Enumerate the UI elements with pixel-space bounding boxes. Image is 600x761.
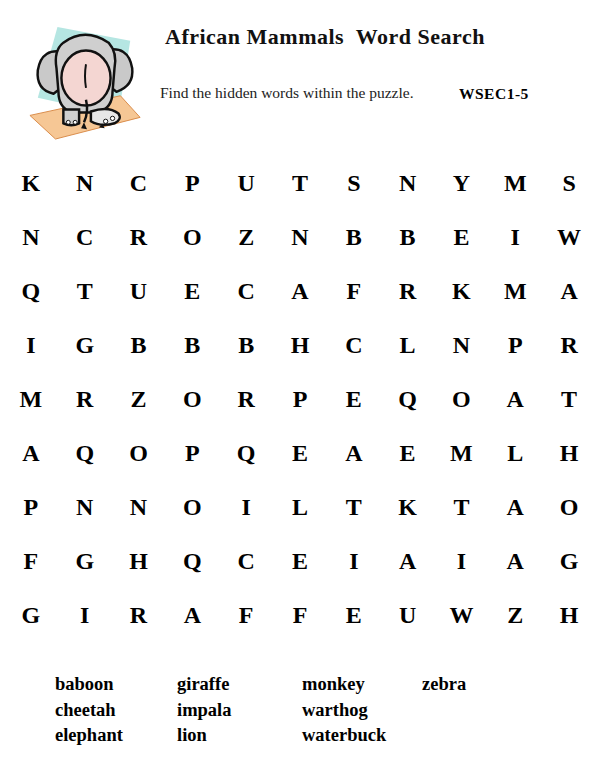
grid-cell-r7c1[interactable]: P [4,480,58,534]
grid-cell-r4c9[interactable]: N [435,318,489,372]
grid-cell-r6c2[interactable]: Q [58,426,112,480]
grid-cell-r4c7[interactable]: C [327,318,381,372]
grid-cell-r2c10[interactable]: I [488,210,542,264]
grid-cell-r9c3[interactable]: R [112,588,166,642]
grid-cell-r9c6[interactable]: F [273,588,327,642]
grid-cell-r9c7[interactable]: E [327,588,381,642]
grid-cell-r7c10[interactable]: A [488,480,542,534]
word-zebra: zebra [422,674,466,695]
grid-cell-r2c7[interactable]: B [327,210,381,264]
grid-cell-r8c5[interactable]: C [219,534,273,588]
grid-cell-r4c8[interactable]: L [381,318,435,372]
grid-cell-r8c6[interactable]: E [273,534,327,588]
grid-cell-r3c3[interactable]: U [112,264,166,318]
grid-cell-r9c4[interactable]: A [165,588,219,642]
grid-cell-r1c8[interactable]: N [381,156,435,210]
grid-cell-r2c8[interactable]: B [381,210,435,264]
grid-cell-r3c1[interactable]: Q [4,264,58,318]
grid-cell-r6c7[interactable]: A [327,426,381,480]
grid-cell-r4c11[interactable]: R [542,318,596,372]
grid-cell-r2c9[interactable]: E [435,210,489,264]
grid-cell-r8c8[interactable]: A [381,534,435,588]
grid-cell-r8c10[interactable]: A [488,534,542,588]
grid-cell-r8c2[interactable]: G [58,534,112,588]
grid-cell-r1c10[interactable]: M [488,156,542,210]
grid-cell-r2c11[interactable]: W [542,210,596,264]
grid-cell-r7c8[interactable]: K [381,480,435,534]
grid-cell-r9c1[interactable]: G [4,588,58,642]
grid-cell-r8c4[interactable]: Q [165,534,219,588]
grid-cell-r5c3[interactable]: Z [112,372,166,426]
grid-cell-r7c11[interactable]: O [542,480,596,534]
grid-cell-r2c1[interactable]: N [4,210,58,264]
grid-cell-r5c5[interactable]: R [219,372,273,426]
grid-cell-r2c3[interactable]: R [112,210,166,264]
grid-cell-r2c5[interactable]: Z [219,210,273,264]
word-giraffe: giraffe [177,674,302,695]
grid-cell-r7c7[interactable]: T [327,480,381,534]
grid-cell-r7c9[interactable]: T [435,480,489,534]
grid-cell-r3c11[interactable]: A [542,264,596,318]
grid-cell-r5c11[interactable]: T [542,372,596,426]
grid-cell-r3c8[interactable]: R [381,264,435,318]
grid-cell-r6c9[interactable]: M [435,426,489,480]
grid-cell-r1c3[interactable]: C [112,156,166,210]
word-lion: lion [177,725,302,746]
word-monkey: monkey [302,674,422,695]
grid-cell-r9c11[interactable]: H [542,588,596,642]
grid-cell-r6c3[interactable]: O [112,426,166,480]
grid-cell-r9c9[interactable]: W [435,588,489,642]
grid-cell-r5c8[interactable]: Q [381,372,435,426]
grid-cell-r4c1[interactable]: I [4,318,58,372]
grid-cell-r5c6[interactable]: P [273,372,327,426]
grid-cell-r1c4[interactable]: P [165,156,219,210]
grid-cell-r6c8[interactable]: E [381,426,435,480]
grid-cell-r7c6[interactable]: L [273,480,327,534]
word-elephant: elephant [55,725,177,746]
elephant-clipart-image [26,20,144,142]
grid-cell-r1c5[interactable]: U [219,156,273,210]
grid-cell-r3c10[interactable]: M [488,264,542,318]
grid-cell-r7c3[interactable]: N [112,480,166,534]
grid-cell-r1c11[interactable]: S [542,156,596,210]
grid-cell-r5c4[interactable]: O [165,372,219,426]
grid-cell-r3c9[interactable]: K [435,264,489,318]
word-impala: impala [177,700,302,721]
worksheet-code: WSEC1-5 [459,85,529,103]
word-cheetah: cheetah [55,700,177,721]
grid-cell-r3c2[interactable]: T [58,264,112,318]
grid-cell-r7c5[interactable]: I [219,480,273,534]
grid-cell-r7c2[interactable]: N [58,480,112,534]
grid-cell-r6c1[interactable]: A [4,426,58,480]
grid-cell-r7c4[interactable]: O [165,480,219,534]
grid-cell-r6c11[interactable]: H [542,426,596,480]
grid-cell-r3c6[interactable]: A [273,264,327,318]
grid-cell-r1c2[interactable]: N [58,156,112,210]
worksheet-page: African Mammals Word Search Find the hid… [0,0,600,761]
grid-cell-r8c11[interactable]: G [542,534,596,588]
grid-cell-r8c7[interactable]: I [327,534,381,588]
grid-cell-r4c2[interactable]: G [58,318,112,372]
grid-cell-r4c6[interactable]: H [273,318,327,372]
grid-cell-r2c2[interactable]: C [58,210,112,264]
grid-cell-r2c6[interactable]: N [273,210,327,264]
instructions-text: Find the hidden words within the puzzle. [160,84,414,102]
grid-cell-r9c10[interactable]: Z [488,588,542,642]
word-list-row-1: baboongiraffemonkeyzebra [55,672,466,698]
page-title: African Mammals Word Search [165,24,485,50]
word-search-grid: KNCPUTSNYMSNCROZNBBEIWQTUECAFRKMAIGBBBHC… [4,156,596,642]
grid-cell-r6c4[interactable]: P [165,426,219,480]
word-list-row-2: cheetahimpalawarthog [55,698,466,724]
word-waterbuck: waterbuck [302,725,422,746]
grid-cell-r1c9[interactable]: Y [435,156,489,210]
word-baboon: baboon [55,674,177,695]
grid-cell-r9c8[interactable]: U [381,588,435,642]
grid-cell-r5c7[interactable]: E [327,372,381,426]
grid-cell-r4c10[interactable]: P [488,318,542,372]
grid-cell-r9c2[interactable]: I [58,588,112,642]
grid-cell-r6c5[interactable]: Q [219,426,273,480]
grid-cell-r8c3[interactable]: H [112,534,166,588]
word-warthog: warthog [302,700,422,721]
grid-cell-r6c6[interactable]: E [273,426,327,480]
grid-cell-r5c9[interactable]: O [435,372,489,426]
grid-cell-r4c5[interactable]: B [219,318,273,372]
word-list: baboongiraffemonkeyzebracheetahimpalawar… [55,672,466,749]
grid-cell-r5c1[interactable]: M [4,372,58,426]
grid-cell-r3c5[interactable]: C [219,264,273,318]
grid-cell-r6c10[interactable]: L [488,426,542,480]
grid-cell-r5c2[interactable]: R [58,372,112,426]
grid-cell-r5c10[interactable]: A [488,372,542,426]
grid-cell-r8c1[interactable]: F [4,534,58,588]
grid-cell-r9c5[interactable]: F [219,588,273,642]
grid-cell-r1c7[interactable]: S [327,156,381,210]
grid-cell-r2c4[interactable]: O [165,210,219,264]
grid-cell-r4c4[interactable]: B [165,318,219,372]
grid-cell-r1c1[interactable]: K [4,156,58,210]
grid-cell-r4c3[interactable]: B [112,318,166,372]
grid-cell-r3c4[interactable]: E [165,264,219,318]
word-list-row-3: elephantlionwaterbuck [55,723,466,749]
grid-cell-r3c7[interactable]: F [327,264,381,318]
grid-cell-r8c9[interactable]: I [435,534,489,588]
grid-cell-r1c6[interactable]: T [273,156,327,210]
